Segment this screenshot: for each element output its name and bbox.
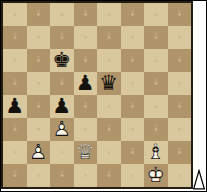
white-pawn-fill: ♟ <box>50 118 74 141</box>
white-pawn-glyph: ♙ <box>27 141 51 164</box>
square-d3[interactable] <box>74 118 98 141</box>
square-a1[interactable] <box>3 164 27 187</box>
square-h3[interactable] <box>168 118 192 141</box>
square-d5[interactable]: ♟ <box>74 72 98 95</box>
square-h8[interactable] <box>168 3 192 26</box>
square-g4[interactable] <box>144 95 168 118</box>
white-to-move-indicator-icon <box>193 169 205 190</box>
black-pawn-glyph: ♟ <box>50 95 74 118</box>
square-a5[interactable] <box>3 72 27 95</box>
black-pawn: ♟ <box>50 95 74 118</box>
square-e4[interactable] <box>97 95 121 118</box>
square-f5[interactable] <box>121 72 145 95</box>
square-e8[interactable] <box>97 3 121 26</box>
square-g8[interactable] <box>144 3 168 26</box>
square-f4[interactable] <box>121 95 145 118</box>
black-king-glyph: ♚ <box>50 49 74 72</box>
square-g7[interactable] <box>144 26 168 49</box>
square-f2[interactable] <box>121 141 145 164</box>
square-e1[interactable] <box>97 164 121 187</box>
square-c3[interactable]: ♟♙ <box>50 118 74 141</box>
white-bishop: ♝♗ <box>144 141 168 164</box>
square-c4[interactable]: ♟ <box>50 95 74 118</box>
white-queen-fill: ♛ <box>74 141 98 164</box>
white-king-glyph: ♔ <box>144 164 168 187</box>
white-queen: ♛♕ <box>74 141 98 164</box>
white-pawn-fill: ♟ <box>27 141 51 164</box>
square-a3[interactable] <box>3 118 27 141</box>
square-b1[interactable] <box>27 164 51 187</box>
square-h5[interactable] <box>168 72 192 95</box>
white-pawn-glyph: ♙ <box>50 118 74 141</box>
chess-board: ♚♟♛♟♟♟♙♟♙♛♕♝♗♚♔ <box>1 1 193 189</box>
square-d2[interactable]: ♛♕ <box>74 141 98 164</box>
square-h4[interactable] <box>168 95 192 118</box>
black-pawn-glyph: ♟ <box>3 95 27 118</box>
square-e6[interactable] <box>97 49 121 72</box>
black-king: ♚ <box>50 49 74 72</box>
black-queen-glyph: ♛ <box>97 72 121 95</box>
square-h2[interactable] <box>168 141 192 164</box>
square-c8[interactable] <box>50 3 74 26</box>
square-f8[interactable] <box>121 3 145 26</box>
square-b5[interactable] <box>27 72 51 95</box>
square-d4[interactable] <box>74 95 98 118</box>
square-g6[interactable] <box>144 49 168 72</box>
square-b3[interactable] <box>27 118 51 141</box>
square-d8[interactable] <box>74 3 98 26</box>
white-king: ♚♔ <box>144 164 168 187</box>
square-c1[interactable] <box>50 164 74 187</box>
square-b6[interactable] <box>27 49 51 72</box>
square-g3[interactable] <box>144 118 168 141</box>
square-h7[interactable] <box>168 26 192 49</box>
square-b4[interactable] <box>27 95 51 118</box>
white-pawn: ♟♙ <box>50 118 74 141</box>
square-g1[interactable]: ♚♔ <box>144 164 168 187</box>
board-right-margin <box>193 1 206 191</box>
white-queen-glyph: ♕ <box>74 141 98 164</box>
square-c5[interactable] <box>50 72 74 95</box>
square-g2[interactable]: ♝♗ <box>144 141 168 164</box>
square-f3[interactable] <box>121 118 145 141</box>
square-b8[interactable] <box>27 3 51 26</box>
square-h1[interactable] <box>168 164 192 187</box>
square-a4[interactable]: ♟ <box>3 95 27 118</box>
square-b2[interactable]: ♟♙ <box>27 141 51 164</box>
white-bishop-glyph: ♗ <box>144 141 168 164</box>
square-a8[interactable] <box>3 3 27 26</box>
white-pawn: ♟♙ <box>27 141 51 164</box>
white-king-fill: ♚ <box>144 164 168 187</box>
square-h6[interactable] <box>168 49 192 72</box>
square-a7[interactable] <box>3 26 27 49</box>
square-g5[interactable] <box>144 72 168 95</box>
square-f7[interactable] <box>121 26 145 49</box>
square-c2[interactable] <box>50 141 74 164</box>
square-e7[interactable] <box>97 26 121 49</box>
square-a6[interactable] <box>3 49 27 72</box>
square-d6[interactable] <box>74 49 98 72</box>
square-c6[interactable]: ♚ <box>50 49 74 72</box>
square-e5[interactable]: ♛ <box>97 72 121 95</box>
square-f1[interactable] <box>121 164 145 187</box>
black-queen: ♛ <box>97 72 121 95</box>
square-b7[interactable] <box>27 26 51 49</box>
square-e2[interactable] <box>97 141 121 164</box>
square-d7[interactable] <box>74 26 98 49</box>
square-a2[interactable] <box>3 141 27 164</box>
square-f6[interactable] <box>121 49 145 72</box>
white-bishop-fill: ♝ <box>144 141 168 164</box>
square-c7[interactable] <box>50 26 74 49</box>
chess-diagram: ♚♟♛♟♟♟♙♟♙♛♕♝♗♚♔ <box>0 0 207 192</box>
square-e3[interactable] <box>97 118 121 141</box>
black-pawn: ♟ <box>3 95 27 118</box>
black-pawn-glyph: ♟ <box>74 72 98 95</box>
black-pawn: ♟ <box>74 72 98 95</box>
square-d1[interactable] <box>74 164 98 187</box>
